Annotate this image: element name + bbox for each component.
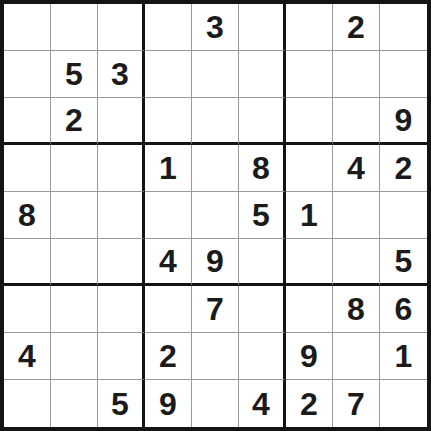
- cell-r3c5-empty[interactable]: [192, 98, 239, 145]
- cell-r5c2-empty[interactable]: [51, 192, 98, 239]
- cell-r2c3-given[interactable]: 3: [98, 51, 145, 98]
- cell-r1c8-given[interactable]: 2: [333, 4, 380, 51]
- cell-r7c2-empty[interactable]: [51, 286, 98, 333]
- cell-r2c6-empty[interactable]: [239, 51, 286, 98]
- cell-r9c8-given[interactable]: 7: [333, 380, 380, 427]
- cell-r7c5-given[interactable]: 7: [192, 286, 239, 333]
- cell-r6c5-given[interactable]: 9: [192, 239, 239, 286]
- cell-r1c7-empty[interactable]: [286, 4, 333, 51]
- cell-r9c9-empty[interactable]: [380, 380, 427, 427]
- cell-r8c5-empty[interactable]: [192, 333, 239, 380]
- cell-r9c7-given[interactable]: 2: [286, 380, 333, 427]
- cell-r6c9-given[interactable]: 5: [380, 239, 427, 286]
- cell-r6c3-empty[interactable]: [98, 239, 145, 286]
- cell-r6c4-given[interactable]: 4: [145, 239, 192, 286]
- cell-r7c9-given[interactable]: 6: [380, 286, 427, 333]
- cell-r7c8-given[interactable]: 8: [333, 286, 380, 333]
- cell-r4c4-given[interactable]: 1: [145, 145, 192, 192]
- cell-r4c9-given[interactable]: 2: [380, 145, 427, 192]
- cell-r7c4-empty[interactable]: [145, 286, 192, 333]
- cell-r2c9-empty[interactable]: [380, 51, 427, 98]
- cell-r2c8-empty[interactable]: [333, 51, 380, 98]
- cell-r3c8-empty[interactable]: [333, 98, 380, 145]
- cell-r4c5-empty[interactable]: [192, 145, 239, 192]
- cell-r4c6-given[interactable]: 8: [239, 145, 286, 192]
- cell-r6c2-empty[interactable]: [51, 239, 98, 286]
- cell-r7c1-empty[interactable]: [4, 286, 51, 333]
- cell-r8c4-given[interactable]: 2: [145, 333, 192, 380]
- cell-r5c9-empty[interactable]: [380, 192, 427, 239]
- cell-r4c1-empty[interactable]: [4, 145, 51, 192]
- cell-r3c2-given[interactable]: 2: [51, 98, 98, 145]
- cell-r2c4-empty[interactable]: [145, 51, 192, 98]
- cell-r3c4-empty[interactable]: [145, 98, 192, 145]
- cell-r8c1-given[interactable]: 4: [4, 333, 51, 380]
- cell-r6c1-empty[interactable]: [4, 239, 51, 286]
- cell-r5c8-empty[interactable]: [333, 192, 380, 239]
- cell-r8c7-given[interactable]: 9: [286, 333, 333, 380]
- cell-r1c2-empty[interactable]: [51, 4, 98, 51]
- cell-r8c8-empty[interactable]: [333, 333, 380, 380]
- cell-r7c6-empty[interactable]: [239, 286, 286, 333]
- cell-r6c7-empty[interactable]: [286, 239, 333, 286]
- cell-r6c8-empty[interactable]: [333, 239, 380, 286]
- cell-r5c7-given[interactable]: 1: [286, 192, 333, 239]
- cell-r8c2-empty[interactable]: [51, 333, 98, 380]
- cell-r4c8-given[interactable]: 4: [333, 145, 380, 192]
- cell-r2c1-empty[interactable]: [4, 51, 51, 98]
- cell-r5c3-empty[interactable]: [98, 192, 145, 239]
- sudoku-board: 3253291842851495786429159427: [0, 0, 431, 431]
- cell-r4c3-empty[interactable]: [98, 145, 145, 192]
- cell-r5c4-empty[interactable]: [145, 192, 192, 239]
- cell-r6c6-empty[interactable]: [239, 239, 286, 286]
- cell-r3c7-empty[interactable]: [286, 98, 333, 145]
- cell-r3c1-empty[interactable]: [4, 98, 51, 145]
- cell-r1c5-given[interactable]: 3: [192, 4, 239, 51]
- cell-r2c5-empty[interactable]: [192, 51, 239, 98]
- cell-r5c5-empty[interactable]: [192, 192, 239, 239]
- cell-r8c9-given[interactable]: 1: [380, 333, 427, 380]
- cell-r1c4-empty[interactable]: [145, 4, 192, 51]
- cell-r1c1-empty[interactable]: [4, 4, 51, 51]
- cell-r4c7-empty[interactable]: [286, 145, 333, 192]
- cell-r3c9-given[interactable]: 9: [380, 98, 427, 145]
- cell-r3c3-empty[interactable]: [98, 98, 145, 145]
- cell-r9c5-empty[interactable]: [192, 380, 239, 427]
- cell-r5c1-given[interactable]: 8: [4, 192, 51, 239]
- cell-r9c2-empty[interactable]: [51, 380, 98, 427]
- cell-r9c1-empty[interactable]: [4, 380, 51, 427]
- cell-r8c6-empty[interactable]: [239, 333, 286, 380]
- cell-r7c3-empty[interactable]: [98, 286, 145, 333]
- cell-r7c7-empty[interactable]: [286, 286, 333, 333]
- cell-r1c6-empty[interactable]: [239, 4, 286, 51]
- cell-r9c3-given[interactable]: 5: [98, 380, 145, 427]
- cell-r3c6-empty[interactable]: [239, 98, 286, 145]
- cell-r9c4-given[interactable]: 9: [145, 380, 192, 427]
- cell-r5c6-given[interactable]: 5: [239, 192, 286, 239]
- cell-r1c3-empty[interactable]: [98, 4, 145, 51]
- cell-r9c6-given[interactable]: 4: [239, 380, 286, 427]
- cell-r4c2-empty[interactable]: [51, 145, 98, 192]
- cell-r1c9-empty[interactable]: [380, 4, 427, 51]
- cell-r8c3-empty[interactable]: [98, 333, 145, 380]
- cell-r2c7-empty[interactable]: [286, 51, 333, 98]
- cell-r2c2-given[interactable]: 5: [51, 51, 98, 98]
